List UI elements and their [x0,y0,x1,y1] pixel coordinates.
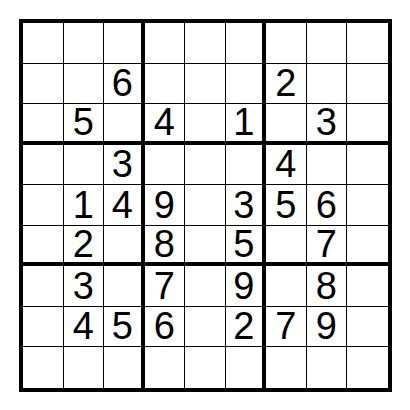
cell-r8c1-empty[interactable] [23,307,64,348]
cell-r6c5-empty[interactable] [185,226,226,267]
cell-r8c3-given: 5 [104,307,145,348]
cell-r4c7-given: 4 [266,145,307,186]
cell-r6c8-given: 7 [307,226,348,267]
cell-r7c1-empty[interactable] [23,266,64,307]
cell-r4c9-empty[interactable] [347,145,388,186]
cell-r5c1-empty[interactable] [23,185,64,226]
cell-r6c2-given: 2 [64,226,105,267]
cell-r9c3-empty[interactable] [104,347,145,388]
cell-r3c1-empty[interactable] [23,104,64,145]
cell-r5c8-given: 6 [307,185,348,226]
cell-r8c6-given: 2 [226,307,267,348]
cell-r5c3-given: 4 [104,185,145,226]
cell-r4c4-empty[interactable] [145,145,186,186]
cell-r2c9-empty[interactable] [347,64,388,105]
cell-r6c7-empty[interactable] [266,226,307,267]
cell-r8c2-given: 4 [64,307,105,348]
cell-r2c4-empty[interactable] [145,64,186,105]
cell-r4c3-given: 3 [104,145,145,186]
cell-r8c5-empty[interactable] [185,307,226,348]
cell-r1c9-empty[interactable] [347,23,388,64]
cell-r7c8-given: 8 [307,266,348,307]
cell-r2c7-given: 2 [266,64,307,105]
cell-r2c1-empty[interactable] [23,64,64,105]
cell-r1c6-empty[interactable] [226,23,267,64]
cell-r3c2-given: 5 [64,104,105,145]
cell-r1c4-empty[interactable] [145,23,186,64]
cell-r6c9-empty[interactable] [347,226,388,267]
cell-r4c1-empty[interactable] [23,145,64,186]
cell-r1c2-empty[interactable] [64,23,105,64]
cell-r7c9-empty[interactable] [347,266,388,307]
cell-r9c9-empty[interactable] [347,347,388,388]
cell-r3c6-given: 1 [226,104,267,145]
cell-r9c4-empty[interactable] [145,347,186,388]
cell-r7c4-given: 7 [145,266,186,307]
cell-r9c1-empty[interactable] [23,347,64,388]
cell-r1c7-empty[interactable] [266,23,307,64]
cell-r4c8-empty[interactable] [307,145,348,186]
cell-r7c7-empty[interactable] [266,266,307,307]
page: 6254133414935628573798456279 [0,0,410,410]
cell-r3c7-empty[interactable] [266,104,307,145]
cell-r8c7-given: 7 [266,307,307,348]
cell-r8c9-empty[interactable] [347,307,388,348]
cell-r2c5-empty[interactable] [185,64,226,105]
cell-r5c6-given: 3 [226,185,267,226]
cell-r5c2-given: 1 [64,185,105,226]
cell-r6c4-given: 8 [145,226,186,267]
cell-r3c8-given: 3 [307,104,348,145]
sudoku-board: 6254133414935628573798456279 [19,19,392,392]
cell-r5c5-empty[interactable] [185,185,226,226]
cell-r3c4-given: 4 [145,104,186,145]
cell-r1c8-empty[interactable] [307,23,348,64]
cell-r7c2-given: 3 [64,266,105,307]
cell-r7c6-given: 9 [226,266,267,307]
cell-r7c3-empty[interactable] [104,266,145,307]
cell-r2c2-empty[interactable] [64,64,105,105]
cell-r8c8-given: 9 [307,307,348,348]
cell-r6c6-given: 5 [226,226,267,267]
cell-r3c9-empty[interactable] [347,104,388,145]
cell-r8c4-given: 6 [145,307,186,348]
cell-r2c6-empty[interactable] [226,64,267,105]
cell-r1c1-empty[interactable] [23,23,64,64]
cell-r2c3-given: 6 [104,64,145,105]
cell-r4c6-empty[interactable] [226,145,267,186]
cell-r2c8-empty[interactable] [307,64,348,105]
cell-r9c7-empty[interactable] [266,347,307,388]
cell-r1c3-empty[interactable] [104,23,145,64]
cell-r4c2-empty[interactable] [64,145,105,186]
cell-r9c5-empty[interactable] [185,347,226,388]
cell-r6c1-empty[interactable] [23,226,64,267]
cell-r5c9-empty[interactable] [347,185,388,226]
cell-r7c5-empty[interactable] [185,266,226,307]
cell-r9c2-empty[interactable] [64,347,105,388]
cell-r6c3-empty[interactable] [104,226,145,267]
cell-r5c7-given: 5 [266,185,307,226]
cell-r9c6-empty[interactable] [226,347,267,388]
cell-r4c5-empty[interactable] [185,145,226,186]
cell-r9c8-empty[interactable] [307,347,348,388]
cell-r1c5-empty[interactable] [185,23,226,64]
cell-r5c4-given: 9 [145,185,186,226]
cell-r3c5-empty[interactable] [185,104,226,145]
cell-r3c3-empty[interactable] [104,104,145,145]
